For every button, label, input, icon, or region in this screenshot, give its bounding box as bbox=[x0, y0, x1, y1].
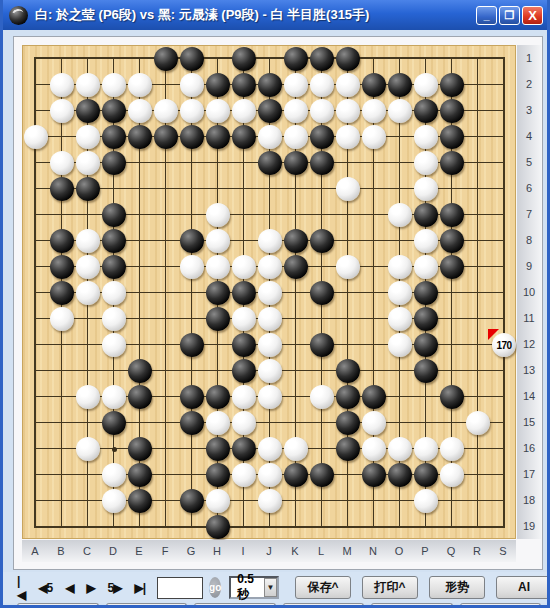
intersection-P12[interactable] bbox=[413, 332, 439, 358]
intersection-I12[interactable] bbox=[231, 332, 257, 358]
intersection-M3[interactable] bbox=[335, 98, 361, 124]
black-stone-I10[interactable] bbox=[232, 281, 256, 305]
intersection-K17[interactable] bbox=[283, 462, 309, 488]
intersection-P3[interactable] bbox=[413, 98, 439, 124]
intersection-D18[interactable] bbox=[101, 488, 127, 514]
intersection-G12[interactable] bbox=[179, 332, 205, 358]
black-stone-E4[interactable] bbox=[128, 125, 152, 149]
intersection-C10[interactable] bbox=[75, 280, 101, 306]
intersection-D10[interactable] bbox=[101, 280, 127, 306]
intersection-J19[interactable] bbox=[257, 514, 283, 540]
black-stone-M15[interactable] bbox=[336, 411, 360, 435]
intersection-P10[interactable] bbox=[413, 280, 439, 306]
intersection-F2[interactable] bbox=[153, 72, 179, 98]
intersection-L13[interactable] bbox=[309, 358, 335, 384]
intersection-P9[interactable] bbox=[413, 254, 439, 280]
intersection-C8[interactable] bbox=[75, 228, 101, 254]
black-stone-I1[interactable] bbox=[232, 47, 256, 71]
intersection-E9[interactable] bbox=[127, 254, 153, 280]
intersection-G4[interactable] bbox=[179, 124, 205, 150]
intersection-N12[interactable] bbox=[361, 332, 387, 358]
intersection-K8[interactable] bbox=[283, 228, 309, 254]
white-stone-O11[interactable] bbox=[388, 307, 412, 331]
black-stone-P11[interactable] bbox=[414, 307, 438, 331]
intersection-E15[interactable] bbox=[127, 410, 153, 436]
intersection-J16[interactable] bbox=[257, 436, 283, 462]
intersection-K16[interactable] bbox=[283, 436, 309, 462]
intersection-F6[interactable] bbox=[153, 176, 179, 202]
black-stone-B9[interactable] bbox=[50, 255, 74, 279]
black-stone-G14[interactable] bbox=[180, 385, 204, 409]
intersection-E19[interactable] bbox=[127, 514, 153, 540]
intersection-O8[interactable] bbox=[387, 228, 413, 254]
intersection-L18[interactable] bbox=[309, 488, 335, 514]
intersection-A4[interactable] bbox=[23, 124, 49, 150]
intersection-N1[interactable] bbox=[361, 46, 387, 72]
intersection-C19[interactable] bbox=[75, 514, 101, 540]
intersection-H14[interactable] bbox=[205, 384, 231, 410]
black-stone-N14[interactable] bbox=[362, 385, 386, 409]
intersection-F16[interactable] bbox=[153, 436, 179, 462]
intersection-K18[interactable] bbox=[283, 488, 309, 514]
intersection-D11[interactable] bbox=[101, 306, 127, 332]
black-stone-H17[interactable] bbox=[206, 463, 230, 487]
intersection-F8[interactable] bbox=[153, 228, 179, 254]
intersection-D2[interactable] bbox=[101, 72, 127, 98]
intersection-L2[interactable] bbox=[309, 72, 335, 98]
intersection-J1[interactable] bbox=[257, 46, 283, 72]
black-stone-G1[interactable] bbox=[180, 47, 204, 71]
intersection-P6[interactable] bbox=[413, 176, 439, 202]
black-stone-Q14[interactable] bbox=[440, 385, 464, 409]
intersection-J12[interactable] bbox=[257, 332, 283, 358]
black-stone-I13[interactable] bbox=[232, 359, 256, 383]
intersection-C15[interactable] bbox=[75, 410, 101, 436]
white-stone-M3[interactable] bbox=[336, 99, 360, 123]
black-stone-L10[interactable] bbox=[310, 281, 334, 305]
intersection-M11[interactable] bbox=[335, 306, 361, 332]
intersection-O7[interactable] bbox=[387, 202, 413, 228]
intersection-F19[interactable] bbox=[153, 514, 179, 540]
intersection-M16[interactable] bbox=[335, 436, 361, 462]
intersection-L17[interactable] bbox=[309, 462, 335, 488]
intersection-A16[interactable] bbox=[23, 436, 49, 462]
black-stone-P13[interactable] bbox=[414, 359, 438, 383]
white-stone-P5[interactable] bbox=[414, 151, 438, 175]
white-stone-O10[interactable] bbox=[388, 281, 412, 305]
white-stone-P18[interactable] bbox=[414, 489, 438, 513]
intersection-J2[interactable] bbox=[257, 72, 283, 98]
intersection-J9[interactable] bbox=[257, 254, 283, 280]
intersection-F15[interactable] bbox=[153, 410, 179, 436]
intersection-M14[interactable] bbox=[335, 384, 361, 410]
intersection-O15[interactable] bbox=[387, 410, 413, 436]
intersection-E8[interactable] bbox=[127, 228, 153, 254]
black-stone-P12[interactable] bbox=[414, 333, 438, 357]
intersection-A1[interactable] bbox=[23, 46, 49, 72]
black-stone-Q8[interactable] bbox=[440, 229, 464, 253]
black-stone-Q7[interactable] bbox=[440, 203, 464, 227]
intersection-M5[interactable] bbox=[335, 150, 361, 176]
intersection-J17[interactable] bbox=[257, 462, 283, 488]
intersection-O9[interactable] bbox=[387, 254, 413, 280]
intersection-Q12[interactable] bbox=[439, 332, 465, 358]
intersection-Q16[interactable] bbox=[439, 436, 465, 462]
intersection-L19[interactable] bbox=[309, 514, 335, 540]
intersection-S4[interactable] bbox=[491, 124, 517, 150]
white-stone-J14[interactable] bbox=[258, 385, 282, 409]
intersection-E4[interactable] bbox=[127, 124, 153, 150]
intersection-D12[interactable] bbox=[101, 332, 127, 358]
intersection-R18[interactable] bbox=[465, 488, 491, 514]
intersection-G5[interactable] bbox=[179, 150, 205, 176]
intersection-B3[interactable] bbox=[49, 98, 75, 124]
white-stone-P6[interactable] bbox=[414, 177, 438, 201]
intersection-D13[interactable] bbox=[101, 358, 127, 384]
black-stone-D15[interactable] bbox=[102, 411, 126, 435]
nav-back-button[interactable]: ◀ bbox=[65, 581, 73, 595]
intersection-G6[interactable] bbox=[179, 176, 205, 202]
black-stone-J3[interactable] bbox=[258, 99, 282, 123]
go-button[interactable]: go bbox=[209, 577, 221, 598]
intersection-J15[interactable] bbox=[257, 410, 283, 436]
intersection-O2[interactable] bbox=[387, 72, 413, 98]
intersection-H2[interactable] bbox=[205, 72, 231, 98]
intersection-F4[interactable] bbox=[153, 124, 179, 150]
intersection-B8[interactable] bbox=[49, 228, 75, 254]
black-stone-K8[interactable] bbox=[284, 229, 308, 253]
intersection-A12[interactable] bbox=[23, 332, 49, 358]
intersection-H7[interactable] bbox=[205, 202, 231, 228]
intersection-C14[interactable] bbox=[75, 384, 101, 410]
white-stone-M9[interactable] bbox=[336, 255, 360, 279]
intersection-P14[interactable] bbox=[413, 384, 439, 410]
intersection-J4[interactable] bbox=[257, 124, 283, 150]
intersection-H4[interactable] bbox=[205, 124, 231, 150]
white-stone-M4[interactable] bbox=[336, 125, 360, 149]
white-stone-P4[interactable] bbox=[414, 125, 438, 149]
nav-last-button[interactable]: ▶| bbox=[135, 581, 146, 595]
intersection-L3[interactable] bbox=[309, 98, 335, 124]
white-stone-O7[interactable] bbox=[388, 203, 412, 227]
intersection-R2[interactable] bbox=[465, 72, 491, 98]
intersection-M15[interactable] bbox=[335, 410, 361, 436]
intersection-A17[interactable] bbox=[23, 462, 49, 488]
intersection-N13[interactable] bbox=[361, 358, 387, 384]
intersection-B7[interactable] bbox=[49, 202, 75, 228]
intersection-L9[interactable] bbox=[309, 254, 335, 280]
white-stone-J12[interactable] bbox=[258, 333, 282, 357]
intersection-G2[interactable] bbox=[179, 72, 205, 98]
white-stone-I14[interactable] bbox=[232, 385, 256, 409]
intersection-G11[interactable] bbox=[179, 306, 205, 332]
white-stone-E3[interactable] bbox=[128, 99, 152, 123]
black-stone-H14[interactable] bbox=[206, 385, 230, 409]
black-stone-G18[interactable] bbox=[180, 489, 204, 513]
intersection-S9[interactable] bbox=[491, 254, 517, 280]
white-stone-N3[interactable] bbox=[362, 99, 386, 123]
intersection-P13[interactable] bbox=[413, 358, 439, 384]
white-stone-C8[interactable] bbox=[76, 229, 100, 253]
intersection-S18[interactable] bbox=[491, 488, 517, 514]
white-stone-R15[interactable] bbox=[466, 411, 490, 435]
intersection-E6[interactable] bbox=[127, 176, 153, 202]
intersection-Q4[interactable] bbox=[439, 124, 465, 150]
intersection-I13[interactable] bbox=[231, 358, 257, 384]
intersection-R10[interactable] bbox=[465, 280, 491, 306]
intersection-B1[interactable] bbox=[49, 46, 75, 72]
black-stone-H10[interactable] bbox=[206, 281, 230, 305]
white-stone-G3[interactable] bbox=[180, 99, 204, 123]
intersection-Q14[interactable] bbox=[439, 384, 465, 410]
white-stone-Q17[interactable] bbox=[440, 463, 464, 487]
white-stone-J17[interactable] bbox=[258, 463, 282, 487]
white-stone-J11[interactable] bbox=[258, 307, 282, 331]
intersection-G8[interactable] bbox=[179, 228, 205, 254]
black-stone-Q5[interactable] bbox=[440, 151, 464, 175]
intersection-J11[interactable] bbox=[257, 306, 283, 332]
intersection-L12[interactable] bbox=[309, 332, 335, 358]
intersection-K19[interactable] bbox=[283, 514, 309, 540]
white-stone-O3[interactable] bbox=[388, 99, 412, 123]
white-stone-H9[interactable] bbox=[206, 255, 230, 279]
intersection-R9[interactable] bbox=[465, 254, 491, 280]
intersection-D15[interactable] bbox=[101, 410, 127, 436]
intersection-B10[interactable] bbox=[49, 280, 75, 306]
intersection-O11[interactable] bbox=[387, 306, 413, 332]
intersection-R1[interactable] bbox=[465, 46, 491, 72]
intersection-G3[interactable] bbox=[179, 98, 205, 124]
black-stone-N17[interactable] bbox=[362, 463, 386, 487]
goban-grid[interactable]: 170 bbox=[23, 46, 517, 540]
white-stone-D12[interactable] bbox=[102, 333, 126, 357]
goban[interactable]: 170 bbox=[22, 45, 516, 539]
intersection-D6[interactable] bbox=[101, 176, 127, 202]
intersection-M12[interactable] bbox=[335, 332, 361, 358]
white-stone-L2[interactable] bbox=[310, 73, 334, 97]
white-stone-L14[interactable] bbox=[310, 385, 334, 409]
intersection-D5[interactable] bbox=[101, 150, 127, 176]
intersection-K6[interactable] bbox=[283, 176, 309, 202]
intersection-I1[interactable] bbox=[231, 46, 257, 72]
intersection-B6[interactable] bbox=[49, 176, 75, 202]
white-stone-C2[interactable] bbox=[76, 73, 100, 97]
white-stone-S12[interactable]: 170 bbox=[492, 333, 516, 357]
intersection-Q7[interactable] bbox=[439, 202, 465, 228]
intersection-E18[interactable] bbox=[127, 488, 153, 514]
intersection-R3[interactable] bbox=[465, 98, 491, 124]
intersection-H9[interactable] bbox=[205, 254, 231, 280]
white-stone-N15[interactable] bbox=[362, 411, 386, 435]
white-stone-D17[interactable] bbox=[102, 463, 126, 487]
intersection-P16[interactable] bbox=[413, 436, 439, 462]
black-stone-D7[interactable] bbox=[102, 203, 126, 227]
intersection-N5[interactable] bbox=[361, 150, 387, 176]
intersection-K12[interactable] bbox=[283, 332, 309, 358]
intersection-E13[interactable] bbox=[127, 358, 153, 384]
intersection-S17[interactable] bbox=[491, 462, 517, 488]
intersection-N14[interactable] bbox=[361, 384, 387, 410]
white-stone-J4[interactable] bbox=[258, 125, 282, 149]
intersection-E12[interactable] bbox=[127, 332, 153, 358]
black-stone-E16[interactable] bbox=[128, 437, 152, 461]
white-stone-C5[interactable] bbox=[76, 151, 100, 175]
intersection-L6[interactable] bbox=[309, 176, 335, 202]
intersection-F14[interactable] bbox=[153, 384, 179, 410]
intersection-D7[interactable] bbox=[101, 202, 127, 228]
intersection-Q5[interactable] bbox=[439, 150, 465, 176]
intersection-C11[interactable] bbox=[75, 306, 101, 332]
white-stone-J13[interactable] bbox=[258, 359, 282, 383]
intersection-E1[interactable] bbox=[127, 46, 153, 72]
white-stone-M6[interactable] bbox=[336, 177, 360, 201]
intersection-O1[interactable] bbox=[387, 46, 413, 72]
intersection-A8[interactable] bbox=[23, 228, 49, 254]
black-stone-H2[interactable] bbox=[206, 73, 230, 97]
intersection-M6[interactable] bbox=[335, 176, 361, 202]
intersection-I19[interactable] bbox=[231, 514, 257, 540]
black-stone-L4[interactable] bbox=[310, 125, 334, 149]
intersection-L8[interactable] bbox=[309, 228, 335, 254]
intersection-Q1[interactable] bbox=[439, 46, 465, 72]
intersection-R8[interactable] bbox=[465, 228, 491, 254]
intersection-B4[interactable] bbox=[49, 124, 75, 150]
white-stone-C14[interactable] bbox=[76, 385, 100, 409]
intersection-H6[interactable] bbox=[205, 176, 231, 202]
intersection-G7[interactable] bbox=[179, 202, 205, 228]
intersection-S7[interactable] bbox=[491, 202, 517, 228]
intersection-F5[interactable] bbox=[153, 150, 179, 176]
white-stone-P16[interactable] bbox=[414, 437, 438, 461]
white-stone-H8[interactable] bbox=[206, 229, 230, 253]
intersection-D14[interactable] bbox=[101, 384, 127, 410]
white-stone-D11[interactable] bbox=[102, 307, 126, 331]
white-stone-J18[interactable] bbox=[258, 489, 282, 513]
intersection-S2[interactable] bbox=[491, 72, 517, 98]
intersection-M7[interactable] bbox=[335, 202, 361, 228]
intersection-S3[interactable] bbox=[491, 98, 517, 124]
intersection-J18[interactable] bbox=[257, 488, 283, 514]
intersection-B15[interactable] bbox=[49, 410, 75, 436]
black-stone-B8[interactable] bbox=[50, 229, 74, 253]
black-stone-C6[interactable] bbox=[76, 177, 100, 201]
intersection-A14[interactable] bbox=[23, 384, 49, 410]
white-stone-N4[interactable] bbox=[362, 125, 386, 149]
intersection-S8[interactable] bbox=[491, 228, 517, 254]
black-stone-O17[interactable] bbox=[388, 463, 412, 487]
intersection-F11[interactable] bbox=[153, 306, 179, 332]
intersection-F10[interactable] bbox=[153, 280, 179, 306]
intersection-G9[interactable] bbox=[179, 254, 205, 280]
intersection-P7[interactable] bbox=[413, 202, 439, 228]
intersection-H8[interactable] bbox=[205, 228, 231, 254]
intersection-J7[interactable] bbox=[257, 202, 283, 228]
intersection-G16[interactable] bbox=[179, 436, 205, 462]
white-stone-O12[interactable] bbox=[388, 333, 412, 357]
intersection-J3[interactable] bbox=[257, 98, 283, 124]
intersection-P1[interactable] bbox=[413, 46, 439, 72]
black-stone-L5[interactable] bbox=[310, 151, 334, 175]
black-stone-H16[interactable] bbox=[206, 437, 230, 461]
white-stone-O9[interactable] bbox=[388, 255, 412, 279]
intersection-F3[interactable] bbox=[153, 98, 179, 124]
white-stone-D2[interactable] bbox=[102, 73, 126, 97]
black-stone-I16[interactable] bbox=[232, 437, 256, 461]
black-stone-H19[interactable] bbox=[206, 515, 230, 539]
intersection-H18[interactable] bbox=[205, 488, 231, 514]
intersection-L1[interactable] bbox=[309, 46, 335, 72]
move-number-input[interactable] bbox=[157, 577, 203, 599]
intersection-C3[interactable] bbox=[75, 98, 101, 124]
intersection-M10[interactable] bbox=[335, 280, 361, 306]
intersection-L10[interactable] bbox=[309, 280, 335, 306]
intersection-D1[interactable] bbox=[101, 46, 127, 72]
black-stone-K17[interactable] bbox=[284, 463, 308, 487]
intersection-R15[interactable] bbox=[465, 410, 491, 436]
intersection-N10[interactable] bbox=[361, 280, 387, 306]
black-stone-F4[interactable] bbox=[154, 125, 178, 149]
white-stone-I11[interactable] bbox=[232, 307, 256, 331]
intersection-L15[interactable] bbox=[309, 410, 335, 436]
intersection-M4[interactable] bbox=[335, 124, 361, 150]
intersection-H10[interactable] bbox=[205, 280, 231, 306]
white-stone-M2[interactable] bbox=[336, 73, 360, 97]
intersection-H13[interactable] bbox=[205, 358, 231, 384]
intersection-O16[interactable] bbox=[387, 436, 413, 462]
intersection-H12[interactable] bbox=[205, 332, 231, 358]
intersection-G14[interactable] bbox=[179, 384, 205, 410]
intersection-A2[interactable] bbox=[23, 72, 49, 98]
intersection-N11[interactable] bbox=[361, 306, 387, 332]
black-stone-G8[interactable] bbox=[180, 229, 204, 253]
white-stone-J9[interactable] bbox=[258, 255, 282, 279]
intersection-H3[interactable] bbox=[205, 98, 231, 124]
intersection-I2[interactable] bbox=[231, 72, 257, 98]
black-stone-H4[interactable] bbox=[206, 125, 230, 149]
intersection-S12[interactable]: 170 bbox=[491, 332, 517, 358]
white-stone-J10[interactable] bbox=[258, 281, 282, 305]
white-stone-C4[interactable] bbox=[76, 125, 100, 149]
nav-forward5-button[interactable]: 5▶ bbox=[108, 581, 122, 595]
intersection-B11[interactable] bbox=[49, 306, 75, 332]
black-stone-E14[interactable] bbox=[128, 385, 152, 409]
white-stone-P8[interactable] bbox=[414, 229, 438, 253]
intersection-R17[interactable] bbox=[465, 462, 491, 488]
nav-forward-button[interactable]: ▶ bbox=[86, 581, 94, 595]
intersection-Q3[interactable] bbox=[439, 98, 465, 124]
intersection-I11[interactable] bbox=[231, 306, 257, 332]
intersection-M8[interactable] bbox=[335, 228, 361, 254]
white-stone-K16[interactable] bbox=[284, 437, 308, 461]
black-stone-I12[interactable] bbox=[232, 333, 256, 357]
intersection-Q15[interactable] bbox=[439, 410, 465, 436]
intersection-R14[interactable] bbox=[465, 384, 491, 410]
intersection-H5[interactable] bbox=[205, 150, 231, 176]
black-stone-O2[interactable] bbox=[388, 73, 412, 97]
intersection-P8[interactable] bbox=[413, 228, 439, 254]
close-button[interactable]: X bbox=[522, 6, 543, 25]
intersection-O12[interactable] bbox=[387, 332, 413, 358]
intersection-G1[interactable] bbox=[179, 46, 205, 72]
intersection-F12[interactable] bbox=[153, 332, 179, 358]
white-stone-D14[interactable] bbox=[102, 385, 126, 409]
intersection-K5[interactable] bbox=[283, 150, 309, 176]
intersection-C18[interactable] bbox=[75, 488, 101, 514]
intersection-M18[interactable] bbox=[335, 488, 361, 514]
intersection-O17[interactable] bbox=[387, 462, 413, 488]
intersection-L4[interactable] bbox=[309, 124, 335, 150]
intersection-N7[interactable] bbox=[361, 202, 387, 228]
